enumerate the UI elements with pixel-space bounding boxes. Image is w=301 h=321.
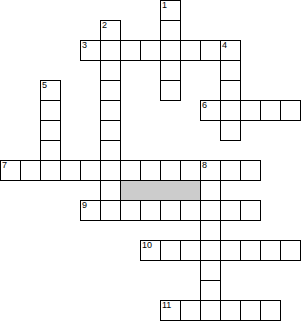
cell[interactable] <box>220 80 241 101</box>
cell[interactable] <box>40 80 61 101</box>
cell[interactable] <box>220 60 241 81</box>
cell[interactable] <box>180 40 201 61</box>
cell[interactable] <box>240 160 261 181</box>
cell[interactable] <box>80 40 101 61</box>
cell[interactable] <box>0 160 21 181</box>
cell[interactable] <box>220 160 241 181</box>
cell[interactable] <box>100 140 121 161</box>
cell[interactable] <box>240 100 261 121</box>
cell[interactable] <box>160 40 181 61</box>
cell[interactable] <box>80 200 101 221</box>
cell[interactable] <box>160 60 181 81</box>
cell[interactable] <box>200 180 221 201</box>
cell[interactable] <box>280 240 301 261</box>
cell[interactable] <box>20 160 41 181</box>
cell[interactable] <box>80 160 101 181</box>
cell[interactable] <box>160 240 181 261</box>
cell[interactable] <box>160 160 181 181</box>
cell[interactable] <box>120 40 141 61</box>
cell[interactable] <box>280 100 301 121</box>
cell[interactable] <box>220 100 241 121</box>
cell[interactable] <box>260 240 281 261</box>
cell[interactable] <box>260 300 281 321</box>
cell[interactable] <box>120 200 141 221</box>
cell[interactable] <box>200 300 221 321</box>
cell[interactable] <box>100 60 121 81</box>
cell[interactable] <box>180 160 201 181</box>
cell[interactable] <box>160 20 181 41</box>
cell[interactable] <box>240 300 261 321</box>
cell[interactable] <box>200 100 221 121</box>
cell[interactable] <box>160 200 181 221</box>
cell[interactable] <box>200 260 221 281</box>
cell[interactable] <box>100 40 121 61</box>
cell[interactable] <box>140 40 161 61</box>
cell[interactable] <box>200 160 221 181</box>
cell[interactable] <box>60 160 81 181</box>
cell[interactable] <box>40 160 61 181</box>
cell[interactable] <box>180 200 201 221</box>
cell[interactable] <box>200 220 221 241</box>
cell[interactable] <box>220 240 241 261</box>
cell[interactable] <box>100 200 121 221</box>
cell[interactable] <box>120 160 141 181</box>
cell[interactable] <box>220 200 241 221</box>
cell[interactable] <box>220 40 241 61</box>
cell[interactable] <box>40 140 61 161</box>
cell[interactable] <box>100 100 121 121</box>
cell[interactable] <box>240 240 261 261</box>
cell[interactable] <box>200 40 221 61</box>
cell[interactable] <box>200 280 221 301</box>
cell[interactable] <box>220 300 241 321</box>
cell[interactable] <box>160 300 181 321</box>
cell[interactable] <box>40 120 61 141</box>
cell[interactable] <box>100 20 121 41</box>
crossword-board: 1234567891011 <box>0 0 301 321</box>
cell[interactable] <box>100 180 121 201</box>
cell[interactable] <box>240 200 261 221</box>
cell[interactable] <box>100 120 121 141</box>
cell[interactable] <box>100 80 121 101</box>
cell[interactable] <box>40 100 61 121</box>
cell[interactable] <box>160 0 181 21</box>
cell[interactable] <box>100 160 121 181</box>
cell[interactable] <box>180 240 201 261</box>
cell[interactable] <box>180 300 201 321</box>
cell[interactable] <box>220 120 241 141</box>
cell[interactable] <box>140 200 161 221</box>
gray-block <box>120 180 201 201</box>
cell[interactable] <box>200 240 221 261</box>
cell[interactable] <box>160 80 181 101</box>
cell[interactable] <box>260 100 281 121</box>
cell[interactable] <box>140 240 161 261</box>
cell[interactable] <box>140 160 161 181</box>
cell[interactable] <box>200 200 221 221</box>
